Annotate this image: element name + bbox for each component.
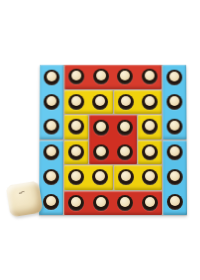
hole-icon (43, 94, 59, 110)
wooden-peg[interactable] (120, 197, 130, 207)
wooden-peg[interactable] (170, 96, 180, 106)
hole-icon (118, 169, 134, 185)
peg-hole (113, 115, 137, 140)
peg-hole (113, 65, 137, 89)
hole-icon (43, 194, 59, 210)
hole-icon (43, 169, 59, 185)
hole-icon (93, 144, 109, 160)
wooden-peg[interactable] (71, 121, 81, 131)
peg-hole (40, 89, 64, 114)
hole-icon (93, 119, 109, 135)
wooden-peg[interactable] (145, 197, 155, 207)
yellow-right-upper-block[interactable] (138, 115, 162, 139)
peg-hole (89, 65, 113, 89)
hole-icon (142, 69, 158, 85)
hole-icon (167, 94, 183, 110)
peg-hole (138, 140, 162, 164)
peg-hole (163, 190, 187, 215)
wooden-peg[interactable] (121, 96, 131, 106)
wooden-peg[interactable] (96, 197, 106, 207)
hole-icon (117, 119, 133, 135)
blue-right-top-block[interactable] (163, 65, 187, 139)
hole-icon (93, 69, 109, 85)
peg-hole (39, 114, 63, 139)
wooden-peg[interactable] (46, 171, 56, 181)
peg-hole (163, 165, 187, 190)
hole-icon (167, 169, 183, 185)
peg-hole (113, 191, 138, 215)
wooden-peg[interactable] (95, 171, 105, 181)
wooden-peg[interactable] (71, 146, 81, 156)
wooden-peg[interactable] (72, 71, 82, 81)
wooden-peg[interactable] (47, 71, 57, 81)
peg-hole (163, 114, 187, 139)
peg-hole (88, 165, 112, 189)
wooden-peg[interactable] (46, 196, 56, 206)
peg-hole (39, 190, 63, 215)
wooden-peg[interactable] (145, 171, 155, 181)
peg-hole (39, 165, 63, 190)
blue-left-bottom-block[interactable] (39, 140, 63, 215)
hole-icon (68, 94, 84, 110)
wooden-peg[interactable] (121, 171, 131, 181)
peg-hole (138, 165, 162, 189)
peg-hole (113, 90, 137, 114)
hole-icon (44, 69, 60, 85)
hole-icon (167, 119, 183, 135)
hole-icon (167, 145, 183, 161)
blue-left-top-block[interactable] (39, 65, 63, 139)
yellow-top-left-block[interactable] (64, 90, 112, 114)
yellow-left-lower-block[interactable] (64, 140, 88, 164)
yellow-top-right-block[interactable] (113, 90, 161, 114)
peg-hole (64, 115, 88, 139)
wooden-peg[interactable] (71, 96, 81, 106)
wooden-peg[interactable] (170, 146, 180, 156)
yellow-right-lower-block[interactable] (138, 140, 162, 164)
hole-icon (117, 195, 133, 211)
peg-hole (163, 89, 187, 114)
peg-hole (113, 165, 137, 189)
hole-icon (167, 69, 183, 85)
wooden-peg[interactable] (71, 197, 81, 207)
peg-hole (138, 90, 162, 114)
hole-icon (43, 145, 59, 161)
hole-icon (68, 169, 84, 185)
peg-hole (64, 140, 88, 164)
wooden-peg[interactable] (120, 71, 130, 81)
hole-icon (142, 94, 158, 110)
wooden-peg[interactable] (145, 146, 155, 156)
hole-icon (118, 94, 134, 110)
peg-hole (64, 65, 88, 89)
wooden-peg[interactable] (120, 121, 130, 131)
red-top-block[interactable] (64, 65, 161, 89)
peg-board (39, 65, 187, 215)
peg-hole (163, 65, 187, 90)
hole-icon (68, 119, 84, 135)
hole-icon (142, 144, 158, 160)
wooden-peg[interactable] (96, 146, 106, 156)
peg-hole (137, 65, 161, 89)
blue-right-bottom-block[interactable] (163, 140, 187, 215)
hole-icon (43, 119, 59, 135)
peg-hole (64, 90, 88, 114)
hole-icon (69, 69, 85, 85)
wooden-peg[interactable] (145, 71, 155, 81)
peg-hole (88, 90, 112, 114)
hole-icon (142, 169, 158, 185)
peg-hole (89, 115, 113, 140)
wooden-peg[interactable] (169, 71, 179, 81)
wooden-peg[interactable] (46, 96, 56, 106)
yellow-bottom-left-block[interactable] (64, 165, 113, 189)
wooden-peg[interactable] (145, 96, 155, 106)
peg-hole (64, 165, 88, 189)
wooden-peg[interactable] (96, 71, 106, 81)
peg-hole (163, 140, 187, 165)
hole-icon (117, 144, 133, 160)
scene: ∽ (0, 0, 200, 280)
hole-icon (167, 194, 183, 210)
hole-icon (68, 195, 84, 211)
wooden-peg[interactable] (96, 121, 106, 131)
hole-icon (92, 94, 108, 110)
peg-hole (138, 191, 163, 215)
wooden-peg[interactable] (46, 121, 56, 131)
yellow-left-upper-block[interactable] (64, 115, 88, 139)
hole-icon (93, 195, 109, 211)
yellow-bottom-right-block[interactable] (113, 165, 162, 189)
wooden-peg[interactable] (170, 196, 180, 206)
wooden-peg[interactable] (145, 121, 155, 131)
hole-icon (117, 69, 133, 85)
peg-hole (89, 139, 113, 164)
hole-icon (142, 119, 158, 135)
wooden-peg[interactable] (170, 171, 180, 181)
peg-hole (39, 140, 63, 165)
wooden-peg[interactable] (120, 146, 130, 156)
peg-hole (40, 65, 64, 90)
peg-hole (138, 115, 162, 139)
wooden-peg[interactable] (170, 121, 180, 131)
hole-icon (92, 169, 108, 185)
wooden-die[interactable]: ∽ (6, 181, 44, 218)
peg-hole (88, 191, 113, 215)
hole-icon (68, 144, 84, 160)
die-face-mark: ∽ (17, 187, 27, 198)
wooden-peg[interactable] (46, 146, 56, 156)
peg-hole (64, 191, 89, 215)
wooden-peg[interactable] (95, 96, 105, 106)
hole-icon (142, 195, 158, 211)
peg-hole (113, 139, 137, 164)
red-bottom-block[interactable] (64, 191, 162, 215)
wooden-peg[interactable] (71, 171, 81, 181)
red-center-block[interactable] (89, 115, 137, 164)
